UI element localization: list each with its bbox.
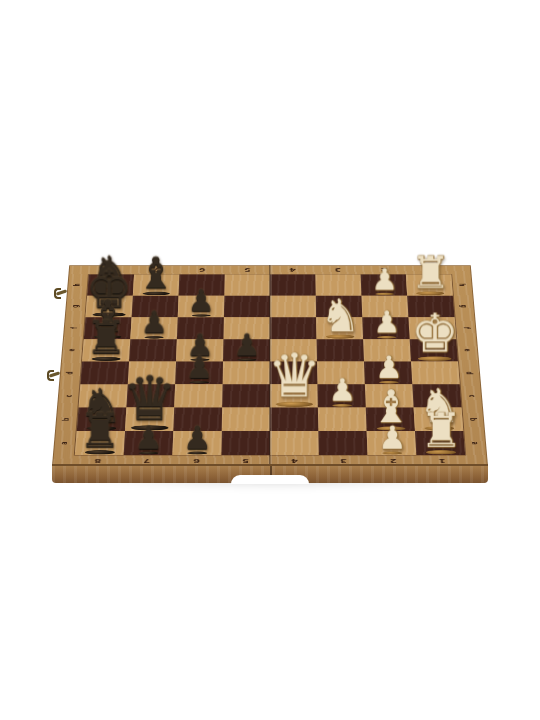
piece-white-pawn-f2[interactable]: ♟ bbox=[373, 307, 400, 337]
file-right-label-c: c bbox=[461, 384, 483, 407]
square-b4[interactable] bbox=[270, 407, 318, 431]
piece-black-pawn-f7[interactable]: ♟ bbox=[140, 307, 167, 337]
piece-white-king-e1[interactable]: ♚ bbox=[410, 306, 458, 360]
square-f3[interactable]: ♞ bbox=[316, 317, 363, 339]
piece-black-pawn-a6[interactable]: ♟ bbox=[183, 422, 212, 454]
square-d6[interactable]: ♟ bbox=[175, 361, 223, 384]
file-left-label-a: a bbox=[53, 431, 76, 455]
square-h2[interactable]: ♟ bbox=[361, 275, 408, 296]
piece-black-rook-e8[interactable]: ♜ bbox=[85, 314, 126, 360]
square-c6[interactable] bbox=[174, 384, 222, 407]
square-f2[interactable]: ♟ bbox=[362, 317, 409, 339]
piece-black-pawn-e5[interactable]: ♟ bbox=[233, 329, 260, 360]
piece-white-queen-c4[interactable]: ♛ bbox=[267, 345, 321, 406]
square-a8[interactable]: ♜ bbox=[75, 431, 125, 455]
square-g4[interactable] bbox=[270, 296, 316, 318]
handle-notch bbox=[231, 475, 309, 484]
file-left-label-d: d bbox=[59, 361, 81, 384]
square-g5[interactable] bbox=[224, 296, 270, 318]
file-left-label-b: b bbox=[55, 408, 78, 432]
square-a1[interactable]: ♜ bbox=[415, 431, 465, 455]
brass-latch-icon bbox=[54, 288, 67, 297]
piece-white-pawn-c3[interactable]: ♟ bbox=[328, 375, 356, 406]
square-c5[interactable] bbox=[222, 384, 270, 407]
square-e3[interactable] bbox=[317, 339, 364, 361]
board-side-face bbox=[52, 464, 488, 483]
piece-white-rook-a1[interactable]: ♜ bbox=[419, 406, 462, 454]
square-c3[interactable]: ♟ bbox=[317, 384, 365, 407]
square-g6[interactable]: ♟ bbox=[178, 296, 225, 318]
rank-far-label-4: 4 bbox=[270, 265, 316, 274]
piece-black-pawn-d6[interactable]: ♟ bbox=[185, 352, 213, 383]
chessboard: 87654321 87654321 hgfedcba hgfedcba ♞♝♟♜… bbox=[52, 265, 488, 466]
square-a2[interactable]: ♟ bbox=[367, 431, 417, 455]
square-a6[interactable]: ♟ bbox=[172, 431, 221, 455]
file-left-label-e: e bbox=[61, 339, 83, 361]
square-h5[interactable] bbox=[224, 275, 270, 296]
square-e7[interactable] bbox=[129, 339, 177, 361]
square-b3[interactable] bbox=[318, 407, 367, 431]
file-left-label-c: c bbox=[57, 384, 79, 407]
chess-set-scene: 87654321 87654321 hgfedcba hgfedcba ♞♝♟♜… bbox=[0, 0, 540, 720]
file-left-label-f: f bbox=[63, 317, 85, 339]
rank-far-label-5: 5 bbox=[224, 265, 270, 274]
square-h4[interactable] bbox=[270, 275, 316, 296]
piece-white-knight-f3[interactable]: ♞ bbox=[319, 292, 360, 338]
rank-far-label-6: 6 bbox=[179, 265, 225, 274]
rank-far-label-3: 3 bbox=[315, 265, 361, 274]
file-right-label-h: h bbox=[452, 274, 473, 295]
file-right-label-a: a bbox=[464, 431, 487, 455]
square-a3[interactable] bbox=[318, 431, 367, 455]
square-a5[interactable] bbox=[221, 431, 270, 455]
square-e8[interactable]: ♜ bbox=[82, 339, 130, 361]
product-photo-page: { "game": "chess", "set_description": "E… bbox=[0, 0, 540, 720]
square-h1[interactable]: ♜ bbox=[406, 275, 453, 296]
square-a7[interactable]: ♟ bbox=[124, 431, 174, 455]
square-b5[interactable] bbox=[222, 407, 270, 431]
file-right-label-d: d bbox=[459, 361, 481, 384]
file-right-label-e: e bbox=[457, 339, 479, 361]
square-d5[interactable] bbox=[223, 361, 270, 384]
piece-black-pawn-a7[interactable]: ♟ bbox=[134, 422, 163, 454]
square-e1[interactable]: ♚ bbox=[410, 339, 458, 361]
piece-white-pawn-d2[interactable]: ♟ bbox=[375, 352, 403, 383]
piece-black-bishop-h7[interactable]: ♝ bbox=[137, 252, 175, 295]
square-a4[interactable] bbox=[270, 431, 319, 455]
square-h7[interactable]: ♝ bbox=[133, 275, 180, 296]
square-f4[interactable] bbox=[270, 317, 317, 339]
square-f7[interactable]: ♟ bbox=[130, 317, 177, 339]
square-e5[interactable]: ♟ bbox=[223, 339, 270, 361]
square-c4[interactable]: ♛ bbox=[270, 384, 318, 407]
piece-white-rook-h1[interactable]: ♜ bbox=[410, 250, 450, 295]
file-left-label-g: g bbox=[65, 295, 86, 317]
file-right-label-b: b bbox=[462, 408, 485, 432]
piece-white-pawn-a2[interactable]: ♟ bbox=[378, 422, 407, 454]
piece-black-rook-a8[interactable]: ♜ bbox=[78, 406, 121, 454]
brass-latch-icon bbox=[47, 370, 60, 379]
piece-black-pawn-g6[interactable]: ♟ bbox=[187, 286, 214, 316]
